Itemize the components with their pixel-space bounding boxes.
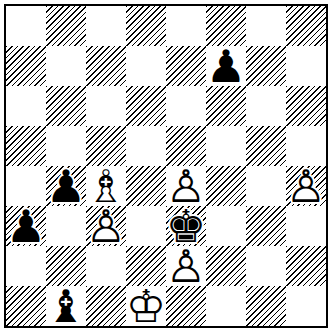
square-g5[interactable] [246,126,286,166]
square-c2[interactable] [86,246,126,286]
square-e8[interactable] [166,6,206,46]
square-g2[interactable] [246,246,286,286]
square-e1[interactable] [166,286,206,326]
square-a6[interactable] [6,86,46,126]
square-c6[interactable] [86,86,126,126]
square-c5[interactable] [86,126,126,166]
square-a8[interactable] [6,6,46,46]
piece-glyph: ♔ [126,286,166,326]
piece-black-pawn[interactable]: ♟♟ [46,166,86,206]
square-d1[interactable]: ♚♔ [126,286,166,326]
piece-white-pawn[interactable]: ♟♙ [86,206,126,246]
square-a7[interactable] [6,46,46,86]
piece-black-king[interactable]: ♚♚ [166,206,206,246]
piece-white-pawn[interactable]: ♟♙ [166,166,206,206]
square-b3[interactable] [46,206,86,246]
square-e5[interactable] [166,126,206,166]
piece-glyph: ♙ [286,166,326,206]
square-f6[interactable] [206,86,246,126]
square-h1[interactable] [286,286,326,326]
square-g8[interactable] [246,6,286,46]
piece-fill-layer: ♚ [166,206,206,246]
piece-glyph: ♚ [166,206,206,246]
square-c3[interactable]: ♟♙ [86,206,126,246]
square-f4[interactable] [206,166,246,206]
piece-fill-layer: ♟ [86,206,126,246]
square-d2[interactable] [126,246,166,286]
square-a2[interactable] [6,246,46,286]
square-a1[interactable] [6,286,46,326]
square-b8[interactable] [46,6,86,46]
square-h8[interactable] [286,6,326,46]
square-d7[interactable] [126,46,166,86]
square-g4[interactable] [246,166,286,206]
piece-white-pawn[interactable]: ♟♙ [286,166,326,206]
square-c8[interactable] [86,6,126,46]
piece-fill-layer: ♝ [46,286,86,326]
square-c1[interactable] [86,286,126,326]
piece-fill-layer: ♟ [206,46,246,86]
piece-fill-layer: ♟ [166,166,206,206]
square-h3[interactable] [286,206,326,246]
chess-board: ♟♟♟♟♝♗♟♙♟♙♟♟♟♙♚♚♟♙♝♝♚♔ [4,4,328,328]
piece-fill-layer: ♟ [6,206,46,246]
piece-black-pawn[interactable]: ♟♟ [206,46,246,86]
square-g1[interactable] [246,286,286,326]
square-e6[interactable] [166,86,206,126]
square-h5[interactable] [286,126,326,166]
square-f7[interactable]: ♟♟ [206,46,246,86]
square-g7[interactable] [246,46,286,86]
square-f2[interactable] [206,246,246,286]
square-e7[interactable] [166,46,206,86]
square-d5[interactable] [126,126,166,166]
square-f8[interactable] [206,6,246,46]
piece-fill-layer: ♟ [166,246,206,286]
square-f5[interactable] [206,126,246,166]
piece-fill-layer: ♚ [126,286,166,326]
piece-glyph: ♟ [206,46,246,86]
square-g3[interactable] [246,206,286,246]
piece-white-bishop[interactable]: ♝♗ [86,166,126,206]
piece-fill-layer: ♟ [46,166,86,206]
square-e2[interactable]: ♟♙ [166,246,206,286]
square-e3[interactable]: ♚♚ [166,206,206,246]
square-b5[interactable] [46,126,86,166]
square-f1[interactable] [206,286,246,326]
square-a4[interactable] [6,166,46,206]
square-a5[interactable] [6,126,46,166]
square-b6[interactable] [46,86,86,126]
square-g6[interactable] [246,86,286,126]
piece-glyph: ♟ [46,166,86,206]
square-b7[interactable] [46,46,86,86]
square-d4[interactable] [126,166,166,206]
square-c4[interactable]: ♝♗ [86,166,126,206]
piece-black-bishop[interactable]: ♝♝ [46,286,86,326]
piece-glyph: ♙ [166,246,206,286]
square-b4[interactable]: ♟♟ [46,166,86,206]
chess-diagram: ♟♟♟♟♝♗♟♙♟♙♟♟♟♙♚♚♟♙♝♝♚♔ [0,0,332,332]
piece-glyph: ♝ [46,286,86,326]
piece-glyph: ♟ [6,206,46,246]
piece-white-pawn[interactable]: ♟♙ [166,246,206,286]
square-b1[interactable]: ♝♝ [46,286,86,326]
square-h7[interactable] [286,46,326,86]
piece-white-king[interactable]: ♚♔ [126,286,166,326]
piece-glyph: ♗ [86,166,126,206]
piece-glyph: ♙ [166,166,206,206]
piece-black-pawn[interactable]: ♟♟ [6,206,46,246]
piece-fill-layer: ♟ [286,166,326,206]
piece-fill-layer: ♝ [86,166,126,206]
square-b2[interactable] [46,246,86,286]
square-d6[interactable] [126,86,166,126]
square-f3[interactable] [206,206,246,246]
square-d8[interactable] [126,6,166,46]
square-h6[interactable] [286,86,326,126]
piece-glyph: ♙ [86,206,126,246]
square-h4[interactable]: ♟♙ [286,166,326,206]
square-h2[interactable] [286,246,326,286]
square-e4[interactable]: ♟♙ [166,166,206,206]
square-d3[interactable] [126,206,166,246]
square-a3[interactable]: ♟♟ [6,206,46,246]
square-c7[interactable] [86,46,126,86]
